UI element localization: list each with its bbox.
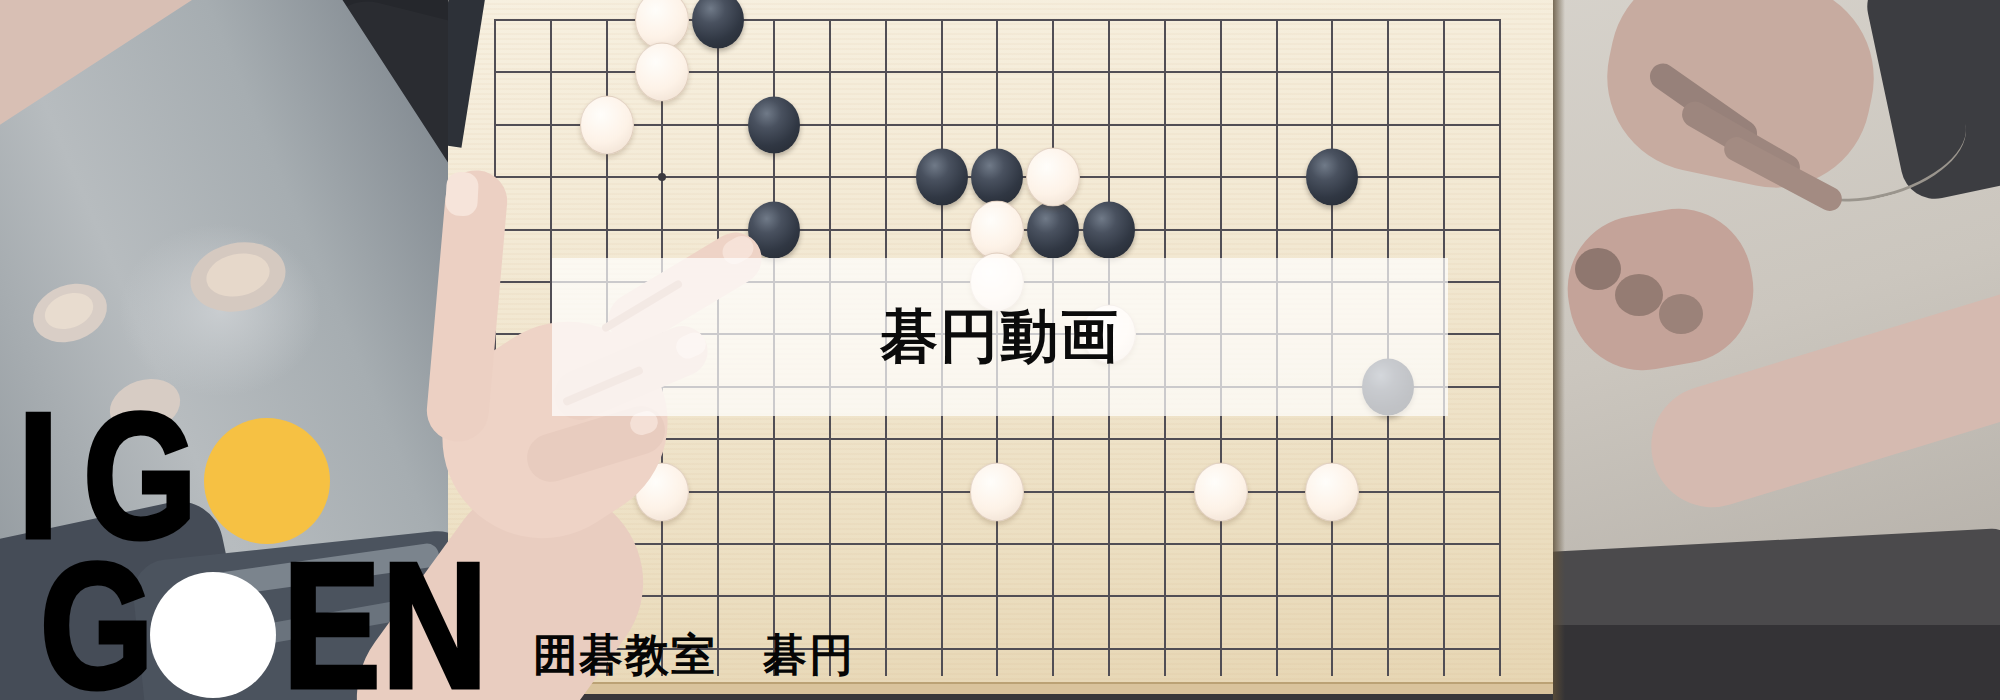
black-stone xyxy=(971,149,1023,206)
white-stone xyxy=(1305,462,1359,521)
knuckle-shadow xyxy=(1615,274,1663,316)
black-stone xyxy=(916,149,968,206)
logo-text-en: EN xyxy=(283,537,489,700)
knuckle-shadow xyxy=(1575,248,1621,290)
white-stone xyxy=(580,95,634,154)
floor-dark-strip xyxy=(1553,625,2000,700)
white-stone xyxy=(1026,148,1080,207)
right-player-photo xyxy=(1553,0,2000,700)
grid-vline xyxy=(494,19,496,676)
black-stone xyxy=(1306,149,1358,206)
white-stone xyxy=(635,43,689,102)
title-band: 碁円動画 xyxy=(552,258,1448,416)
black-stone xyxy=(748,201,800,258)
board-bottom-shadow xyxy=(448,694,1553,700)
hoshi-point xyxy=(658,173,666,181)
logo-text-g: G xyxy=(40,537,154,700)
logo-white-circle-o xyxy=(150,572,276,698)
white-stone xyxy=(970,200,1024,259)
black-stone xyxy=(1083,201,1135,258)
grid-vline xyxy=(1499,19,1501,676)
white-stone xyxy=(635,462,689,521)
board-side-shadow xyxy=(1553,0,1565,700)
black-stone xyxy=(748,96,800,153)
banner: 碁円動画 IG G EN 囲碁教室 碁円 xyxy=(0,0,2000,700)
caption-text: 囲碁教室 碁円 xyxy=(533,626,855,685)
white-stone xyxy=(970,462,1024,521)
white-stone xyxy=(1194,462,1248,521)
black-stone xyxy=(1027,201,1079,258)
banner-title: 碁円動画 xyxy=(880,298,1120,376)
knuckle-shadow xyxy=(1659,294,1703,334)
